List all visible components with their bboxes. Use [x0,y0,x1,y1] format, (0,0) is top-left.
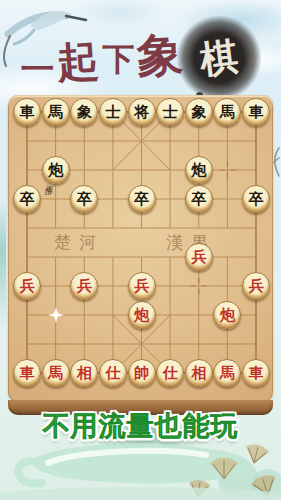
pieces-grid: 車馬象士将士象馬車炮炮卒卒卒卒卒兵兵兵兵兵炮炮車馬相仕帥仕相馬車 [13,98,271,388]
point-6-0[interactable]: 象 [184,98,213,127]
point-8-0[interactable]: 車 [242,98,271,127]
piece-glyph: 象 [77,105,92,120]
landscape-decoration [0,435,281,500]
point-1-0[interactable]: 馬 [41,98,70,127]
piece-glyph: 車 [249,366,264,381]
point-0-2 [13,156,42,185]
piece-glyph: 仕 [163,366,178,381]
piece-black-horse[interactable]: 馬 [42,98,70,126]
point-4-1 [127,127,156,156]
point-4-6[interactable]: 兵 [127,272,156,301]
point-4-2 [127,156,156,185]
piece-red-soldier[interactable]: 兵 [185,243,213,271]
point-4-7[interactable]: 炮 [127,301,156,330]
point-3-8 [99,330,128,359]
piece-red-cannon[interactable]: 炮 [128,301,156,329]
piece-glyph: 卒 [77,192,92,207]
title-char-2: 起 [55,33,101,92]
piece-glyph: 馬 [220,366,235,381]
piece-glyph: 卒 [191,192,206,207]
point-6-4 [184,214,213,243]
point-7-9[interactable]: 馬 [213,359,242,388]
piece-black-horse[interactable]: 馬 [213,98,241,126]
piece-glyph: 兵 [191,250,206,265]
point-2-6[interactable]: 兵 [70,272,99,301]
piece-red-elephant[interactable]: 相 [70,359,98,387]
point-8-6[interactable]: 兵 [242,272,271,301]
point-2-3[interactable]: 卒 [70,185,99,214]
point-5-6 [156,272,185,301]
point-8-2 [242,156,271,185]
piece-red-advisor[interactable]: 仕 [156,359,184,387]
point-3-7 [99,301,128,330]
point-8-3[interactable]: 卒 [242,185,271,214]
piece-red-soldier[interactable]: 兵 [242,272,270,300]
piece-glyph: 相 [77,366,92,381]
piece-black-advisor[interactable]: 士 [99,98,127,126]
point-8-5 [242,243,271,272]
point-1-9[interactable]: 馬 [41,359,70,388]
point-3-4 [99,214,128,243]
promo-banner-text: 不用流量也能玩 [0,408,281,444]
point-2-2 [70,156,99,185]
piece-black-chariot[interactable]: 車 [242,98,270,126]
point-4-4 [127,214,156,243]
point-5-7 [156,301,185,330]
point-5-9[interactable]: 仕 [156,359,185,388]
point-8-7 [242,301,271,330]
point-4-5 [127,243,156,272]
point-5-1 [156,127,185,156]
piece-black-general[interactable]: 将 [128,98,156,126]
piece-black-advisor[interactable]: 士 [156,98,184,126]
point-0-7 [13,301,42,330]
piece-glyph: 炮 [48,163,63,178]
title-char-5: 棋 [197,30,241,85]
point-1-6 [41,272,70,301]
point-7-0[interactable]: 馬 [213,98,242,127]
app-screen: 一 起 下 象 棋 [0,0,281,500]
piece-black-cannon[interactable]: 炮 [185,156,213,184]
piece-red-soldier[interactable]: 兵 [13,272,41,300]
piece-red-chariot[interactable]: 車 [13,359,41,387]
point-0-4 [13,214,42,243]
point-8-9[interactable]: 車 [242,359,271,388]
point-6-3[interactable]: 卒 [184,185,213,214]
point-1-1 [41,127,70,156]
piece-black-soldier[interactable]: 卒 [128,185,156,213]
point-1-2[interactable]: 炮 [41,156,70,185]
piece-black-soldier[interactable]: 卒 [185,185,213,213]
piece-glyph: 車 [20,105,35,120]
point-2-5 [70,243,99,272]
point-7-5 [213,243,242,272]
last-move-sparkle [47,306,65,324]
piece-glyph: 炮 [191,163,206,178]
piece-black-elephant[interactable]: 象 [185,98,213,126]
point-7-2 [213,156,242,185]
point-4-0[interactable]: 将 [127,98,156,127]
piece-red-advisor[interactable]: 仕 [99,359,127,387]
ink-splash-decoration: 棋 [177,16,261,100]
point-7-1 [213,127,242,156]
teal-edge-decoration [0,198,6,328]
point-0-5 [13,243,42,272]
piece-red-horse[interactable]: 馬 [42,359,70,387]
point-8-8 [242,330,271,359]
piece-glyph: 兵 [134,279,149,294]
piece-black-cannon[interactable]: 炮 [42,156,70,184]
title-char-1: 一 [21,47,55,93]
point-0-0[interactable]: 車 [13,98,42,127]
point-0-9[interactable]: 車 [13,359,42,388]
title-char-3: 下 [103,38,135,82]
point-2-7 [70,301,99,330]
point-8-1 [242,127,271,156]
piece-glyph: 将 [134,105,149,120]
point-7-3 [213,185,242,214]
point-6-1 [184,127,213,156]
piece-glyph: 仕 [105,366,120,381]
point-7-4 [213,214,242,243]
point-6-6 [184,272,213,301]
piece-glyph: 兵 [249,279,264,294]
point-7-6 [213,272,242,301]
piece-black-soldier[interactable]: 卒 [13,185,41,213]
point-3-1 [99,127,128,156]
point-0-3[interactable]: 卒 [13,185,42,214]
piece-glyph: 卒 [249,192,264,207]
point-3-9[interactable]: 仕 [99,359,128,388]
point-5-8 [156,330,185,359]
point-8-4 [242,214,271,243]
piece-glyph: 炮 [134,308,149,323]
app-title: 一 起 下 象 棋 [0,18,281,98]
xiangqi-board[interactable]: 楚河 漢界 不得步 車馬象士将士象馬車炮炮卒卒卒卒卒兵兵兵兵兵炮炮車馬相仕帥仕相… [8,95,273,402]
point-6-9[interactable]: 相 [184,359,213,388]
piece-glyph: 帥 [134,366,149,381]
piece-black-soldier[interactable]: 卒 [242,185,270,213]
point-4-9[interactable]: 帥 [127,359,156,388]
piece-glyph: 馬 [220,105,235,120]
piece-glyph: 象 [191,105,206,120]
point-6-8 [184,330,213,359]
point-3-6 [99,272,128,301]
point-5-0[interactable]: 士 [156,98,185,127]
piece-black-elephant[interactable]: 象 [70,98,98,126]
piece-red-elephant[interactable]: 相 [185,359,213,387]
piece-glyph: 卒 [20,192,35,207]
piece-red-soldier[interactable]: 兵 [128,272,156,300]
piece-red-soldier[interactable]: 兵 [70,272,98,300]
piece-glyph: 士 [105,105,120,120]
point-0-8 [13,330,42,359]
point-1-8 [41,330,70,359]
point-5-5 [156,243,185,272]
point-2-8 [70,330,99,359]
point-2-1 [70,127,99,156]
point-3-2 [99,156,128,185]
point-7-8 [213,330,242,359]
piece-glyph: 炮 [220,308,235,323]
point-0-6[interactable]: 兵 [13,272,42,301]
point-5-4 [156,214,185,243]
point-3-5 [99,243,128,272]
piece-red-horse[interactable]: 馬 [213,359,241,387]
point-4-8 [127,330,156,359]
point-4-3[interactable]: 卒 [127,185,156,214]
point-1-4 [41,214,70,243]
piece-red-cannon[interactable]: 炮 [213,301,241,329]
point-6-5[interactable]: 兵 [184,243,213,272]
piece-glyph: 馬 [48,366,63,381]
point-6-7 [184,301,213,330]
piece-red-general[interactable]: 帥 [128,359,156,387]
point-2-0[interactable]: 象 [70,98,99,127]
piece-glyph: 車 [249,105,264,120]
piece-black-chariot[interactable]: 車 [13,98,41,126]
piece-glyph: 車 [20,366,35,381]
piece-glyph: 兵 [20,279,35,294]
point-2-4 [70,214,99,243]
piece-glyph: 士 [163,105,178,120]
piece-glyph: 相 [191,366,206,381]
piece-glyph: 兵 [77,279,92,294]
point-7-7[interactable]: 炮 [213,301,242,330]
piece-black-soldier[interactable]: 卒 [70,185,98,213]
point-3-0[interactable]: 士 [99,98,128,127]
piece-glyph: 卒 [134,192,149,207]
point-1-5 [41,243,70,272]
point-5-3 [156,185,185,214]
piece-red-chariot[interactable]: 車 [242,359,270,387]
point-1-3 [41,185,70,214]
point-0-1 [13,127,42,156]
point-3-3 [99,185,128,214]
piece-glyph: 馬 [48,105,63,120]
point-2-9[interactable]: 相 [70,359,99,388]
point-6-2[interactable]: 炮 [184,156,213,185]
point-5-2 [156,156,185,185]
